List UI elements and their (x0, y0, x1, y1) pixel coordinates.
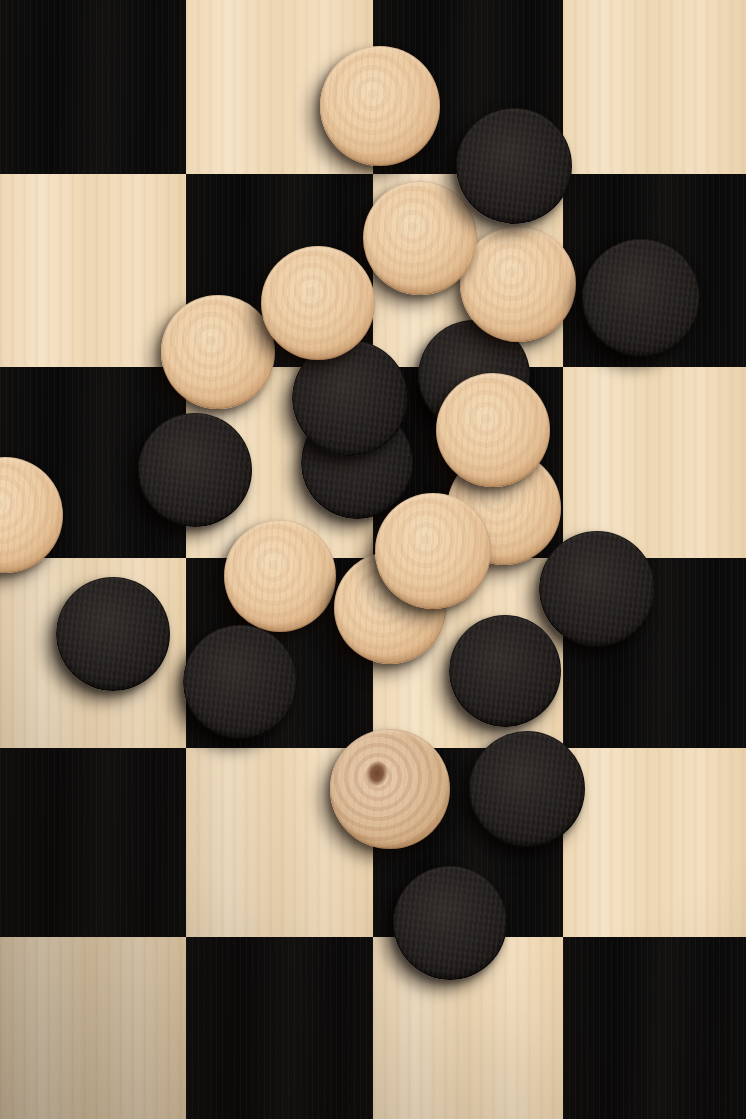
checker-piece-dark-D8[interactable] (183, 625, 297, 739)
photo-scene (0, 0, 746, 1119)
checker-piece-dark-D9[interactable] (539, 531, 655, 647)
checker-piece-dark-D12[interactable] (393, 866, 507, 980)
checker-piece-dark-D10[interactable] (449, 615, 561, 727)
checker-piece-dark-D7[interactable] (56, 577, 170, 691)
checker-piece-dark-D6[interactable] (138, 413, 252, 527)
checker-piece-dark-D11[interactable] (469, 731, 585, 847)
checker-piece-light-L11[interactable] (0, 457, 63, 573)
checker-piece-light-L4[interactable] (460, 226, 576, 342)
checker-piece-light-L6[interactable] (436, 373, 550, 487)
checker-piece-light-L8[interactable] (375, 493, 491, 609)
wood-knot (363, 758, 391, 790)
checker-piece-light-L9[interactable] (224, 520, 336, 632)
pieces-layer (0, 0, 746, 1119)
checker-piece-light-L12[interactable] (330, 729, 450, 849)
checker-piece-light-L3[interactable] (261, 246, 375, 360)
checker-piece-light-L2[interactable] (363, 181, 477, 295)
checker-piece-light-L1[interactable] (320, 46, 440, 166)
checker-piece-dark-D1[interactable] (456, 108, 572, 224)
checker-piece-dark-D2[interactable] (582, 239, 700, 357)
checker-piece-light-L5[interactable] (161, 295, 275, 409)
